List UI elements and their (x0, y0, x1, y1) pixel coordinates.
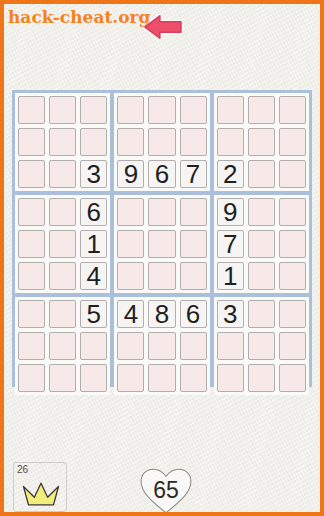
sudoku-board: 3967261497154863 (12, 90, 312, 387)
block-2-0: 5 (15, 297, 110, 395)
cell-r5c4[interactable] (117, 230, 144, 258)
cell-r9c7[interactable] (217, 364, 244, 392)
cell-r6c7[interactable]: 1 (217, 262, 244, 290)
cell-r8c9[interactable] (279, 332, 306, 360)
cell-r2c4[interactable] (117, 128, 144, 156)
cell-r4c4[interactable] (117, 198, 144, 226)
block-2-2: 3 (214, 297, 309, 395)
left-arrow-icon (144, 14, 182, 40)
app-screen: hack-cheat.org 3967261497154863 26 65 (0, 0, 324, 516)
cell-r6c4[interactable] (117, 262, 144, 290)
cell-r5c8[interactable] (248, 230, 275, 258)
cell-r8c1[interactable] (18, 332, 45, 360)
cell-r6c1[interactable] (18, 262, 45, 290)
cell-r4c5[interactable] (148, 198, 175, 226)
cell-r7c3[interactable]: 5 (80, 300, 107, 328)
cell-r9c6[interactable] (180, 364, 207, 392)
cell-r4c8[interactable] (248, 198, 275, 226)
cell-r4c9[interactable] (279, 198, 306, 226)
cell-r1c8[interactable] (248, 96, 275, 124)
block-1-2: 971 (214, 195, 309, 293)
cell-r3c9[interactable] (279, 160, 306, 188)
cell-r1c1[interactable] (18, 96, 45, 124)
cell-r2c5[interactable] (148, 128, 175, 156)
cell-r7c6[interactable]: 6 (180, 300, 207, 328)
cell-r8c2[interactable] (49, 332, 76, 360)
cell-r9c9[interactable] (279, 364, 306, 392)
cell-r2c8[interactable] (248, 128, 275, 156)
block-1-1 (114, 195, 209, 293)
cell-r4c6[interactable] (180, 198, 207, 226)
cell-r2c9[interactable] (279, 128, 306, 156)
cell-r3c5[interactable]: 6 (148, 160, 175, 188)
cell-r9c1[interactable] (18, 364, 45, 392)
block-0-2: 2 (214, 93, 309, 191)
cell-r7c5[interactable]: 8 (148, 300, 175, 328)
back-button[interactable] (144, 14, 182, 40)
cell-r2c7[interactable] (217, 128, 244, 156)
cell-r8c4[interactable] (117, 332, 144, 360)
cell-r6c6[interactable] (180, 262, 207, 290)
cell-r1c2[interactable] (49, 96, 76, 124)
cell-r4c3[interactable]: 6 (80, 198, 107, 226)
cell-r8c3[interactable] (80, 332, 107, 360)
cell-r7c7[interactable]: 3 (217, 300, 244, 328)
cell-r8c6[interactable] (180, 332, 207, 360)
cell-r5c1[interactable] (18, 230, 45, 258)
cell-r9c8[interactable] (248, 364, 275, 392)
cell-r3c2[interactable] (49, 160, 76, 188)
cell-r7c2[interactable] (49, 300, 76, 328)
block-0-1: 967 (114, 93, 209, 191)
cell-r4c2[interactable] (49, 198, 76, 226)
cell-r1c6[interactable] (180, 96, 207, 124)
cell-r7c4[interactable]: 4 (117, 300, 144, 328)
cell-r6c3[interactable]: 4 (80, 262, 107, 290)
cell-r7c9[interactable] (279, 300, 306, 328)
crown-score-panel[interactable]: 26 (13, 462, 67, 512)
cell-r6c8[interactable] (248, 262, 275, 290)
heart-count: 65 (138, 477, 194, 504)
cell-r1c5[interactable] (148, 96, 175, 124)
cell-r7c1[interactable] (18, 300, 45, 328)
crown-icon (21, 479, 61, 509)
cell-r2c6[interactable] (180, 128, 207, 156)
cell-r6c5[interactable] (148, 262, 175, 290)
cell-r3c4[interactable]: 9 (117, 160, 144, 188)
cell-r2c1[interactable] (18, 128, 45, 156)
cell-r1c3[interactable] (80, 96, 107, 124)
cell-r5c6[interactable] (180, 230, 207, 258)
cell-r4c7[interactable]: 9 (217, 198, 244, 226)
cell-r9c2[interactable] (49, 364, 76, 392)
cell-r3c1[interactable] (18, 160, 45, 188)
cell-r1c9[interactable] (279, 96, 306, 124)
cell-r9c5[interactable] (148, 364, 175, 392)
cell-r3c7[interactable]: 2 (217, 160, 244, 188)
cell-r2c2[interactable] (49, 128, 76, 156)
cell-r2c3[interactable] (80, 128, 107, 156)
cell-r5c7[interactable]: 7 (217, 230, 244, 258)
cell-r1c4[interactable] (117, 96, 144, 124)
cell-r8c7[interactable] (217, 332, 244, 360)
cell-r4c1[interactable] (18, 198, 45, 226)
cell-r9c4[interactable] (117, 364, 144, 392)
cell-r8c8[interactable] (248, 332, 275, 360)
cell-r3c6[interactable]: 7 (180, 160, 207, 188)
lives-indicator: 65 (138, 467, 194, 515)
cell-r1c7[interactable] (217, 96, 244, 124)
cell-r9c3[interactable] (80, 364, 107, 392)
block-1-0: 614 (15, 195, 110, 293)
cell-r7c8[interactable] (248, 300, 275, 328)
cell-r5c5[interactable] (148, 230, 175, 258)
cell-r3c8[interactable] (248, 160, 275, 188)
block-2-1: 486 (114, 297, 209, 395)
cell-r5c3[interactable]: 1 (80, 230, 107, 258)
cell-r5c2[interactable] (49, 230, 76, 258)
crown-count: 26 (17, 464, 28, 475)
cell-r5c9[interactable] (279, 230, 306, 258)
cell-r6c2[interactable] (49, 262, 76, 290)
cell-r6c9[interactable] (279, 262, 306, 290)
cell-r8c5[interactable] (148, 332, 175, 360)
watermark: hack-cheat.org (8, 6, 150, 28)
block-0-0: 3 (15, 93, 110, 191)
cell-r3c3[interactable]: 3 (80, 160, 107, 188)
